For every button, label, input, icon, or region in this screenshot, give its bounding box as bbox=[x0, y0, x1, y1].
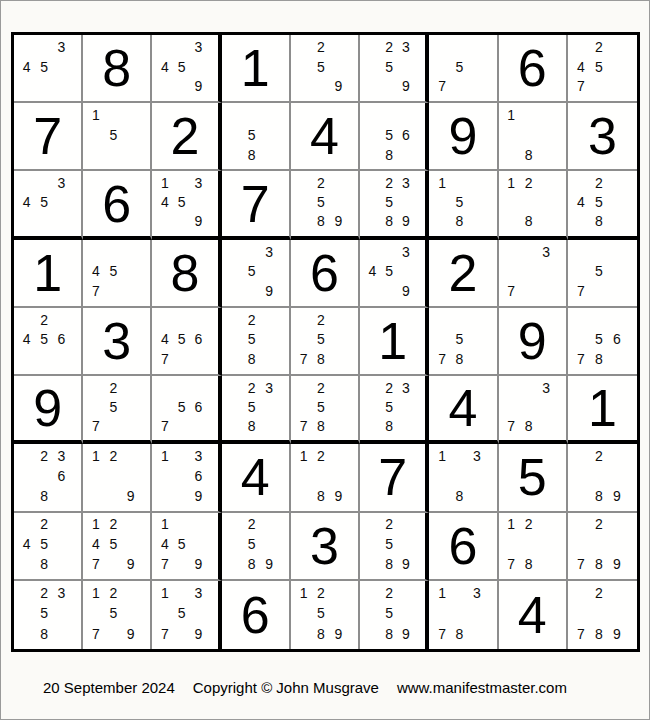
pencil-mark: 3 bbox=[190, 37, 207, 57]
pencil-mark: 3 bbox=[260, 242, 277, 262]
cell-r3c7[interactable]: 158 bbox=[429, 171, 498, 239]
pencil-mark: 5 bbox=[173, 603, 190, 623]
cell-r4c8[interactable]: 37 bbox=[499, 240, 568, 308]
cell-r6c7[interactable]: 4 bbox=[429, 376, 498, 444]
given-digit: 1 bbox=[360, 308, 425, 374]
pencil-mark: 5 bbox=[312, 193, 329, 212]
cell-r5c3[interactable]: 4567 bbox=[152, 308, 221, 376]
pencil-mark: 1 bbox=[87, 583, 104, 603]
given-digit: 6 bbox=[499, 35, 566, 101]
pencil-marks: 58 bbox=[222, 103, 289, 169]
pencil-mark: 2 bbox=[312, 310, 329, 330]
cell-r3c1[interactable]: 345 bbox=[14, 171, 83, 239]
given-digit: 7 bbox=[14, 103, 81, 169]
pencil-mark: 8 bbox=[381, 145, 398, 165]
pencil-marks: 567 bbox=[152, 376, 217, 440]
pencil-mark: 7 bbox=[572, 624, 590, 644]
cell-r3c2[interactable]: 6 bbox=[83, 171, 152, 239]
cell-r8c1[interactable]: 2458 bbox=[14, 513, 83, 581]
cell-r7c1[interactable]: 2368 bbox=[14, 444, 83, 512]
pencil-marks: 2589 bbox=[291, 171, 358, 235]
pencil-mark: 8 bbox=[381, 624, 398, 644]
pencil-mark: 3 bbox=[53, 446, 70, 466]
given-digit: 9 bbox=[499, 308, 566, 374]
pencil-mark: 8 bbox=[243, 349, 260, 369]
pencil-mark: 2 bbox=[590, 37, 608, 57]
pencil-mark: 7 bbox=[572, 554, 590, 574]
pencil-mark: 4 bbox=[87, 534, 104, 554]
pencil-mark: 8 bbox=[520, 554, 537, 574]
cell-r5c4[interactable]: 258 bbox=[222, 308, 291, 376]
cell-r3c6[interactable]: 23589 bbox=[360, 171, 429, 239]
cell-r9c6[interactable]: 2589 bbox=[360, 581, 429, 649]
pencil-mark: 7 bbox=[156, 349, 173, 369]
cell-r2c3[interactable]: 2 bbox=[152, 103, 221, 171]
cell-r6c1[interactable]: 9 bbox=[14, 376, 83, 444]
pencil-mark: 9 bbox=[398, 212, 415, 231]
cell-r2c7[interactable]: 9 bbox=[429, 103, 498, 171]
cell-r1c7[interactable]: 57 bbox=[429, 35, 498, 103]
pencil-mark: 5 bbox=[312, 603, 329, 623]
pencil-mark: 8 bbox=[35, 624, 52, 644]
pencil-mark: 5 bbox=[35, 330, 52, 350]
pencil-mark: 5 bbox=[243, 125, 260, 145]
pencil-marks: 2789 bbox=[568, 581, 637, 649]
cell-r7c5[interactable]: 1289 bbox=[291, 444, 360, 512]
pencil-mark: 1 bbox=[433, 583, 450, 603]
cell-r5c5[interactable]: 2578 bbox=[291, 308, 360, 376]
pencil-mark: 8 bbox=[451, 486, 468, 506]
pencil-mark: 9 bbox=[122, 554, 139, 574]
pencil-mark: 8 bbox=[520, 145, 537, 165]
pencil-mark: 3 bbox=[53, 583, 70, 603]
pencil-mark: 2 bbox=[35, 446, 52, 466]
pencil-mark: 7 bbox=[156, 554, 173, 574]
pencil-mark: 7 bbox=[87, 554, 104, 574]
pencil-marks: 2589 bbox=[360, 581, 425, 649]
given-digit: 6 bbox=[83, 171, 150, 235]
pencil-mark: 9 bbox=[122, 486, 139, 506]
pencil-mark: 6 bbox=[608, 330, 626, 350]
pencil-marks: 1289 bbox=[291, 444, 358, 510]
cell-r8c2[interactable]: 124579 bbox=[83, 513, 152, 581]
pencil-mark: 2 bbox=[35, 515, 52, 535]
pencil-marks: 138 bbox=[429, 444, 496, 510]
pencil-mark: 2 bbox=[35, 583, 52, 603]
cell-r5c9[interactable]: 5678 bbox=[568, 308, 637, 376]
pencil-mark: 5 bbox=[243, 330, 260, 350]
pencil-mark: 9 bbox=[260, 554, 277, 574]
given-digit: 8 bbox=[152, 240, 217, 306]
pencil-mark: 7 bbox=[295, 416, 312, 435]
pencil-marks: 2458 bbox=[568, 171, 637, 235]
pencil-marks: 457 bbox=[83, 240, 150, 306]
pencil-marks: 568 bbox=[360, 103, 425, 169]
pencil-mark: 5 bbox=[312, 397, 329, 416]
cell-r1c3[interactable]: 3459 bbox=[152, 35, 221, 103]
cell-r4c2[interactable]: 457 bbox=[83, 240, 152, 308]
cell-r3c8[interactable]: 128 bbox=[499, 171, 568, 239]
pencil-mark: 2 bbox=[312, 583, 329, 603]
pencil-mark: 2 bbox=[105, 515, 122, 535]
pencil-mark: 4 bbox=[156, 193, 173, 212]
pencil-mark: 7 bbox=[433, 624, 450, 644]
cell-r5c7[interactable]: 578 bbox=[429, 308, 498, 376]
pencil-mark: 7 bbox=[433, 76, 450, 96]
cell-r1c5[interactable]: 259 bbox=[291, 35, 360, 103]
cell-r4c7[interactable]: 2 bbox=[429, 240, 498, 308]
given-digit: 7 bbox=[360, 444, 425, 510]
cell-r9c9[interactable]: 2789 bbox=[568, 581, 637, 649]
cell-r2c8[interactable]: 18 bbox=[499, 103, 568, 171]
cell-r9c3[interactable]: 13579 bbox=[152, 581, 221, 649]
pencil-mark: 9 bbox=[398, 76, 415, 96]
given-digit: 2 bbox=[429, 240, 496, 306]
pencil-mark: 1 bbox=[295, 446, 312, 466]
given-digit: 1 bbox=[14, 240, 81, 306]
cell-r4c5[interactable]: 6 bbox=[291, 240, 360, 308]
footer-date: 20 September 2024 bbox=[43, 679, 175, 696]
pencil-mark: 2 bbox=[312, 446, 329, 466]
pencil-mark: 2 bbox=[105, 378, 122, 397]
pencil-marks: 378 bbox=[499, 376, 566, 440]
puzzle-page: 3458345912592359576245771525845689183345… bbox=[0, 0, 650, 720]
given-digit: 4 bbox=[222, 444, 289, 510]
pencil-mark: 1 bbox=[156, 515, 173, 535]
cell-r9c4[interactable]: 6 bbox=[222, 581, 291, 649]
pencil-mark: 3 bbox=[468, 583, 485, 603]
cell-r6c6[interactable]: 2358 bbox=[360, 376, 429, 444]
cell-r6c9[interactable]: 1 bbox=[568, 376, 637, 444]
cell-r1c4[interactable]: 1 bbox=[222, 35, 291, 103]
pencil-mark: 8 bbox=[520, 416, 537, 435]
cell-r5c6[interactable]: 1 bbox=[360, 308, 429, 376]
pencil-mark: 5 bbox=[312, 57, 329, 77]
pencil-marks: 1378 bbox=[429, 581, 496, 649]
pencil-marks: 158 bbox=[429, 171, 496, 235]
cell-r8c4[interactable]: 2589 bbox=[222, 513, 291, 581]
pencil-marks: 257 bbox=[83, 376, 150, 440]
pencil-mark: 5 bbox=[381, 397, 398, 416]
sudoku-board: 3458345912592359576245771525845689183345… bbox=[11, 32, 640, 652]
pencil-mark: 4 bbox=[18, 330, 35, 350]
pencil-mark: 5 bbox=[243, 261, 260, 281]
pencil-mark: 8 bbox=[590, 486, 608, 506]
pencil-mark: 2 bbox=[243, 378, 260, 397]
cell-r2c5[interactable]: 4 bbox=[291, 103, 360, 171]
pencil-mark: 8 bbox=[590, 349, 608, 369]
pencil-marks: 2578 bbox=[291, 376, 358, 440]
pencil-mark: 3 bbox=[398, 378, 415, 397]
pencil-marks: 57 bbox=[568, 240, 637, 306]
pencil-mark: 2 bbox=[520, 173, 537, 192]
pencil-mark: 6 bbox=[190, 330, 207, 350]
pencil-mark: 2 bbox=[590, 446, 608, 466]
pencil-mark: 7 bbox=[87, 416, 104, 435]
pencil-marks: 15 bbox=[83, 103, 150, 169]
cell-r4c9[interactable]: 57 bbox=[568, 240, 637, 308]
pencil-marks: 578 bbox=[429, 308, 496, 374]
pencil-mark: 3 bbox=[260, 378, 277, 397]
given-digit: 9 bbox=[429, 103, 496, 169]
cell-r4c1[interactable]: 1 bbox=[14, 240, 83, 308]
pencil-mark: 9 bbox=[330, 486, 347, 506]
cell-r4c3[interactable]: 8 bbox=[152, 240, 221, 308]
cell-r2c9[interactable]: 3 bbox=[568, 103, 637, 171]
cell-r1c8[interactable]: 6 bbox=[499, 35, 568, 103]
cell-r1c9[interactable]: 2457 bbox=[568, 35, 637, 103]
cell-r9c5[interactable]: 12589 bbox=[291, 581, 360, 649]
pencil-mark: 2 bbox=[35, 310, 52, 330]
pencil-marks: 259 bbox=[291, 35, 358, 101]
cell-r2c4[interactable]: 58 bbox=[222, 103, 291, 171]
pencil-mark: 5 bbox=[381, 261, 398, 281]
pencil-mark: 1 bbox=[295, 583, 312, 603]
cell-r3c4[interactable]: 7 bbox=[222, 171, 291, 239]
pencil-mark: 4 bbox=[156, 57, 173, 77]
pencil-mark: 5 bbox=[173, 397, 190, 416]
pencil-mark: 5 bbox=[173, 534, 190, 554]
cell-r8c9[interactable]: 2789 bbox=[568, 513, 637, 581]
pencil-marks: 12579 bbox=[83, 581, 150, 649]
pencil-marks: 1278 bbox=[499, 513, 566, 579]
cell-r7c9[interactable]: 289 bbox=[568, 444, 637, 512]
cell-r7c7[interactable]: 138 bbox=[429, 444, 498, 512]
footer: 20 September 2024 Copyright © John Musgr… bbox=[43, 679, 567, 696]
pencil-mark: 8 bbox=[520, 212, 537, 231]
pencil-mark: 2 bbox=[312, 37, 329, 57]
cell-r6c4[interactable]: 2358 bbox=[222, 376, 291, 444]
pencil-mark: 8 bbox=[243, 145, 260, 165]
cell-r6c5[interactable]: 2578 bbox=[291, 376, 360, 444]
pencil-mark: 4 bbox=[364, 261, 381, 281]
cell-r8c3[interactable]: 14579 bbox=[152, 513, 221, 581]
pencil-mark: 5 bbox=[381, 57, 398, 77]
pencil-mark: 5 bbox=[451, 57, 468, 77]
given-digit: 3 bbox=[568, 103, 637, 169]
pencil-mark: 9 bbox=[190, 624, 207, 644]
pencil-mark: 5 bbox=[451, 330, 468, 350]
pencil-mark: 7 bbox=[572, 281, 590, 301]
given-digit: 8 bbox=[83, 35, 150, 101]
pencil-mark: 5 bbox=[381, 125, 398, 145]
pencil-mark: 8 bbox=[451, 624, 468, 644]
pencil-marks: 12589 bbox=[291, 581, 358, 649]
pencil-mark: 1 bbox=[87, 105, 104, 125]
pencil-marks: 2458 bbox=[14, 513, 81, 579]
pencil-mark: 8 bbox=[451, 349, 468, 369]
pencil-mark: 1 bbox=[503, 105, 520, 125]
footer-website: www.manifestmaster.com bbox=[397, 679, 567, 696]
given-digit: 9 bbox=[14, 376, 81, 440]
pencil-mark: 8 bbox=[381, 554, 398, 574]
pencil-marks: 2457 bbox=[568, 35, 637, 101]
given-digit: 3 bbox=[291, 513, 358, 579]
pencil-marks: 359 bbox=[222, 240, 289, 306]
pencil-mark: 3 bbox=[398, 173, 415, 192]
pencil-mark: 5 bbox=[590, 330, 608, 350]
pencil-mark: 2 bbox=[590, 583, 608, 603]
given-digit: 6 bbox=[291, 240, 358, 306]
cell-r9c2[interactable]: 12579 bbox=[83, 581, 152, 649]
pencil-mark: 2 bbox=[381, 583, 398, 603]
pencil-mark: 9 bbox=[190, 76, 207, 96]
given-digit: 4 bbox=[291, 103, 358, 169]
pencil-mark: 5 bbox=[451, 193, 468, 212]
pencil-mark: 5 bbox=[381, 193, 398, 212]
pencil-mark: 5 bbox=[35, 57, 52, 77]
pencil-mark: 8 bbox=[243, 416, 260, 435]
cell-r7c4[interactable]: 4 bbox=[222, 444, 291, 512]
pencil-mark: 3 bbox=[398, 37, 415, 57]
pencil-mark: 4 bbox=[156, 330, 173, 350]
pencil-mark: 5 bbox=[381, 603, 398, 623]
given-digit: 6 bbox=[429, 513, 496, 579]
pencil-mark: 3 bbox=[53, 37, 70, 57]
cell-r2c6[interactable]: 568 bbox=[360, 103, 429, 171]
pencil-mark: 1 bbox=[503, 173, 520, 192]
pencil-mark: 9 bbox=[608, 624, 626, 644]
pencil-marks: 18 bbox=[499, 103, 566, 169]
pencil-mark: 5 bbox=[105, 397, 122, 416]
pencil-mark: 4 bbox=[87, 261, 104, 281]
pencil-mark: 5 bbox=[173, 193, 190, 212]
cell-r7c3[interactable]: 1369 bbox=[152, 444, 221, 512]
pencil-mark: 9 bbox=[398, 281, 415, 301]
cell-r4c6[interactable]: 3459 bbox=[360, 240, 429, 308]
cell-r3c9[interactable]: 2458 bbox=[568, 171, 637, 239]
cell-r7c8[interactable]: 5 bbox=[499, 444, 568, 512]
pencil-mark: 5 bbox=[312, 330, 329, 350]
cell-r8c6[interactable]: 2589 bbox=[360, 513, 429, 581]
pencil-mark: 1 bbox=[87, 446, 104, 466]
cell-r4c4[interactable]: 359 bbox=[222, 240, 291, 308]
pencil-mark: 3 bbox=[190, 583, 207, 603]
pencil-mark: 2 bbox=[312, 378, 329, 397]
pencil-mark: 9 bbox=[190, 554, 207, 574]
cell-r5c1[interactable]: 2456 bbox=[14, 308, 83, 376]
pencil-mark: 5 bbox=[105, 603, 122, 623]
pencil-mark: 6 bbox=[190, 397, 207, 416]
pencil-mark: 8 bbox=[590, 212, 608, 231]
cell-r6c2[interactable]: 257 bbox=[83, 376, 152, 444]
pencil-mark: 3 bbox=[537, 242, 554, 262]
pencil-mark: 1 bbox=[156, 173, 173, 192]
cell-r1c2[interactable]: 8 bbox=[83, 35, 152, 103]
pencil-marks: 1369 bbox=[152, 444, 217, 510]
pencil-mark: 8 bbox=[381, 416, 398, 435]
pencil-mark: 7 bbox=[503, 416, 520, 435]
pencil-mark: 2 bbox=[590, 173, 608, 192]
pencil-marks: 258 bbox=[222, 308, 289, 374]
cell-r9c1[interactable]: 2358 bbox=[14, 581, 83, 649]
pencil-mark: 9 bbox=[190, 212, 207, 231]
pencil-mark: 2 bbox=[243, 310, 260, 330]
pencil-mark: 3 bbox=[398, 242, 415, 262]
pencil-marks: 2589 bbox=[222, 513, 289, 579]
pencil-mark: 2 bbox=[381, 173, 398, 192]
pencil-mark: 3 bbox=[468, 446, 485, 466]
pencil-marks: 2789 bbox=[568, 513, 637, 579]
pencil-mark: 3 bbox=[537, 378, 554, 397]
cell-r9c8[interactable]: 4 bbox=[499, 581, 568, 649]
cell-r3c3[interactable]: 13459 bbox=[152, 171, 221, 239]
cell-r8c7[interactable]: 6 bbox=[429, 513, 498, 581]
cell-r1c1[interactable]: 345 bbox=[14, 35, 83, 103]
pencil-mark: 1 bbox=[156, 583, 173, 603]
pencil-mark: 2 bbox=[520, 515, 537, 535]
pencil-mark: 7 bbox=[503, 281, 520, 301]
pencil-mark: 9 bbox=[260, 281, 277, 301]
pencil-mark: 5 bbox=[243, 397, 260, 416]
cell-r3c5[interactable]: 2589 bbox=[291, 171, 360, 239]
given-digit: 1 bbox=[568, 376, 637, 440]
cell-r1c6[interactable]: 2359 bbox=[360, 35, 429, 103]
pencil-mark: 5 bbox=[243, 534, 260, 554]
pencil-mark: 5 bbox=[173, 330, 190, 350]
pencil-mark: 4 bbox=[18, 534, 35, 554]
pencil-marks: 13459 bbox=[152, 171, 217, 235]
cell-r6c8[interactable]: 378 bbox=[499, 376, 568, 444]
pencil-marks: 2358 bbox=[360, 376, 425, 440]
pencil-marks: 2358 bbox=[222, 376, 289, 440]
pencil-mark: 9 bbox=[608, 486, 626, 506]
pencil-mark: 7 bbox=[503, 554, 520, 574]
pencil-mark: 9 bbox=[330, 624, 347, 644]
pencil-mark: 8 bbox=[312, 349, 329, 369]
pencil-marks: 3459 bbox=[360, 240, 425, 306]
pencil-mark: 5 bbox=[35, 534, 52, 554]
cell-r8c5[interactable]: 3 bbox=[291, 513, 360, 581]
cell-r5c8[interactable]: 9 bbox=[499, 308, 568, 376]
pencil-mark: 8 bbox=[312, 624, 329, 644]
pencil-mark: 4 bbox=[572, 193, 590, 212]
pencil-marks: 5678 bbox=[568, 308, 637, 374]
pencil-mark: 7 bbox=[572, 76, 590, 96]
cell-r2c2[interactable]: 15 bbox=[83, 103, 152, 171]
pencil-mark: 7 bbox=[87, 624, 104, 644]
cell-r8c8[interactable]: 1278 bbox=[499, 513, 568, 581]
pencil-mark: 7 bbox=[572, 349, 590, 369]
pencil-mark: 4 bbox=[156, 534, 173, 554]
pencil-mark: 8 bbox=[35, 486, 52, 506]
cell-r9c7[interactable]: 1378 bbox=[429, 581, 498, 649]
pencil-mark: 1 bbox=[156, 446, 173, 466]
cell-r5c2[interactable]: 3 bbox=[83, 308, 152, 376]
cell-r2c1[interactable]: 7 bbox=[14, 103, 83, 171]
cell-r7c6[interactable]: 7 bbox=[360, 444, 429, 512]
pencil-mark: 2 bbox=[105, 446, 122, 466]
pencil-marks: 2578 bbox=[291, 308, 358, 374]
pencil-mark: 1 bbox=[433, 446, 450, 466]
pencil-mark: 9 bbox=[122, 624, 139, 644]
given-digit: 2 bbox=[152, 103, 217, 169]
pencil-mark: 5 bbox=[105, 125, 122, 145]
pencil-mark: 9 bbox=[398, 554, 415, 574]
pencil-mark: 2 bbox=[381, 515, 398, 535]
pencil-mark: 1 bbox=[87, 515, 104, 535]
pencil-mark: 4 bbox=[18, 57, 35, 77]
footer-copyright: Copyright © John Musgrave bbox=[193, 679, 379, 696]
pencil-marks: 124579 bbox=[83, 513, 150, 579]
pencil-marks: 345 bbox=[14, 171, 81, 235]
pencil-marks: 2368 bbox=[14, 444, 81, 510]
pencil-mark: 3 bbox=[190, 446, 207, 466]
cell-r6c3[interactable]: 567 bbox=[152, 376, 221, 444]
cell-r7c2[interactable]: 129 bbox=[83, 444, 152, 512]
pencil-mark: 2 bbox=[590, 515, 608, 535]
pencil-marks: 2359 bbox=[360, 35, 425, 101]
